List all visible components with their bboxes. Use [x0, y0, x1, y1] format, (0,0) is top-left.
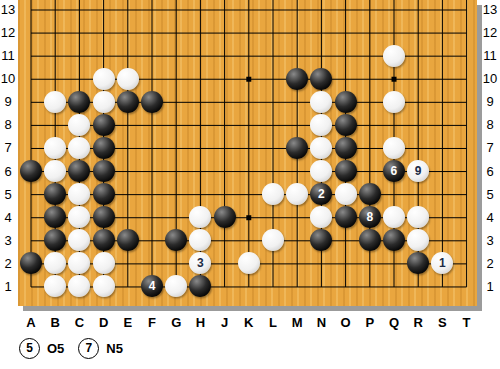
- intersection-A7: [19, 136, 43, 159]
- intersection-L8: [261, 113, 285, 136]
- white-stone-Q9: [383, 91, 405, 113]
- intersection-K3: [237, 229, 261, 252]
- intersection-C2: [67, 252, 91, 275]
- intersection-M6: [285, 160, 309, 183]
- intersection-O3: [333, 229, 357, 252]
- intersection-R11: [406, 44, 430, 67]
- intersection-Q6: 6: [382, 160, 406, 183]
- intersection-R8: [406, 113, 430, 136]
- intersection-H5: [188, 183, 212, 206]
- intersection-C4: [67, 206, 91, 229]
- intersection-D4: [92, 206, 116, 229]
- intersection-R2: [406, 252, 430, 275]
- black-stone-D6: [93, 160, 115, 182]
- black-stone-P4: 8: [359, 206, 381, 228]
- intersection-D2: [92, 252, 116, 275]
- intersection-Q1: [382, 275, 406, 298]
- intersection-D9: [92, 90, 116, 113]
- intersection-A11: [19, 44, 43, 67]
- black-stone-B3: [44, 229, 66, 251]
- intersection-O12: [333, 21, 357, 44]
- intersection-J11: [213, 44, 237, 67]
- intersection-S3: [430, 229, 454, 252]
- intersection-F6: [140, 160, 164, 183]
- intersection-D7: [92, 136, 116, 159]
- intersection-N1: [309, 275, 333, 298]
- intersection-S6: [430, 160, 454, 183]
- intersection-P10: [358, 67, 382, 90]
- intersection-T12: [454, 21, 478, 44]
- intersection-E1: [116, 275, 140, 298]
- intersection-F2: [140, 252, 164, 275]
- white-stone-H2: 3: [189, 252, 211, 274]
- intersection-G5: [164, 183, 188, 206]
- intersection-D6: [92, 160, 116, 183]
- intersection-M3: [285, 229, 309, 252]
- intersection-S5: [430, 183, 454, 206]
- white-stone-D10: [93, 68, 115, 90]
- black-stone-A2: [20, 252, 42, 274]
- intersection-Q8: [382, 113, 406, 136]
- intersection-T3: [454, 229, 478, 252]
- intersection-C7: [67, 136, 91, 159]
- intersection-J7: [213, 136, 237, 159]
- intersection-K5: [237, 183, 261, 206]
- col-label-B: B: [44, 315, 66, 330]
- intersection-F3: [140, 229, 164, 252]
- intersection-Q5: [382, 183, 406, 206]
- intersection-K8: [237, 113, 261, 136]
- black-stone-D4: [93, 206, 115, 228]
- intersection-F9: [140, 90, 164, 113]
- intersection-H2: 3: [188, 252, 212, 275]
- white-stone-Q4: [383, 206, 405, 228]
- intersection-F12: [140, 21, 164, 44]
- intersection-K7: [237, 136, 261, 159]
- intersection-G2: [164, 252, 188, 275]
- intersection-E5: [116, 183, 140, 206]
- row-label-right-11: 11: [480, 48, 500, 63]
- intersection-N10: [309, 67, 333, 90]
- intersection-C8: [67, 113, 91, 136]
- row-label-right-12: 12: [480, 25, 500, 40]
- black-stone-P5: [359, 183, 381, 205]
- intersection-A4: [19, 206, 43, 229]
- intersection-E8: [116, 113, 140, 136]
- intersection-H3: [188, 229, 212, 252]
- intersection-E11: [116, 44, 140, 67]
- col-label-Q: Q: [383, 315, 405, 330]
- intersection-C11: [67, 44, 91, 67]
- intersection-F10: [140, 67, 164, 90]
- intersection-O10: [333, 67, 357, 90]
- intersection-J1: [213, 275, 237, 298]
- intersection-S10: [430, 67, 454, 90]
- row-label-right-7: 7: [480, 140, 500, 155]
- intersection-H4: [188, 206, 212, 229]
- intersection-C12: [67, 21, 91, 44]
- intersection-A12: [19, 21, 43, 44]
- intersection-L7: [261, 136, 285, 159]
- intersection-E13: [116, 0, 140, 21]
- intersection-T5: [454, 183, 478, 206]
- intersection-E4: [116, 206, 140, 229]
- intersection-Q2: [382, 252, 406, 275]
- intersection-Q3: [382, 229, 406, 252]
- white-stone-K2: [238, 252, 260, 274]
- intersection-G13: [164, 0, 188, 21]
- intersection-S4: [430, 206, 454, 229]
- intersection-C9: [67, 90, 91, 113]
- black-stone-N5: 2: [310, 183, 332, 205]
- intersection-R3: [406, 229, 430, 252]
- black-stone-D3: [93, 229, 115, 251]
- black-stone-D5: [93, 183, 115, 205]
- intersection-J5: [213, 183, 237, 206]
- intersection-Q13: [382, 0, 406, 21]
- intersection-B6: [43, 160, 67, 183]
- intersection-L4: [261, 206, 285, 229]
- black-stone-P3: [359, 229, 381, 251]
- intersection-O9: [333, 90, 357, 113]
- intersection-L3: [261, 229, 285, 252]
- intersection-G8: [164, 113, 188, 136]
- intersection-L10: [261, 67, 285, 90]
- intersection-B9: [43, 90, 67, 113]
- caption-move-5-white-stone-icon: 5: [19, 338, 40, 359]
- intersection-K1: [237, 275, 261, 298]
- intersection-G12: [164, 21, 188, 44]
- intersection-L11: [261, 44, 285, 67]
- black-stone-O8: [335, 114, 357, 136]
- go-board: 6928314: [19, 0, 479, 298]
- intersection-G6: [164, 160, 188, 183]
- col-label-K: K: [238, 315, 260, 330]
- white-stone-C4: [68, 206, 90, 228]
- intersection-T9: [454, 90, 478, 113]
- intersection-O1: [333, 275, 357, 298]
- intersection-C1: [67, 275, 91, 298]
- intersection-B3: [43, 229, 67, 252]
- white-stone-C8: [68, 114, 90, 136]
- intersection-S13: [430, 0, 454, 21]
- intersection-B2: [43, 252, 67, 275]
- intersection-P5: [358, 183, 382, 206]
- intersection-E10: [116, 67, 140, 90]
- intersection-N4: [309, 206, 333, 229]
- intersection-J6: [213, 160, 237, 183]
- intersection-T10: [454, 67, 478, 90]
- row-label-left-2: 2: [0, 256, 16, 271]
- intersection-K11: [237, 44, 261, 67]
- intersection-O11: [333, 44, 357, 67]
- white-stone-E10: [117, 68, 139, 90]
- intersection-C13: [67, 0, 91, 21]
- intersection-L12: [261, 21, 285, 44]
- white-stone-N8: [310, 114, 332, 136]
- intersection-R13: [406, 0, 430, 21]
- intersection-N9: [309, 90, 333, 113]
- intersection-O13: [333, 0, 357, 21]
- intersection-D8: [92, 113, 116, 136]
- white-stone-G1: [165, 275, 187, 297]
- intersection-T8: [454, 113, 478, 136]
- row-label-right-5: 5: [480, 187, 500, 202]
- intersection-S11: [430, 44, 454, 67]
- black-stone-F1: 4: [141, 275, 163, 297]
- intersection-P1: [358, 275, 382, 298]
- white-stone-C3: [68, 229, 90, 251]
- intersection-B5: [43, 183, 67, 206]
- intersection-L2: [261, 252, 285, 275]
- black-stone-N3: [310, 229, 332, 251]
- intersection-K2: [237, 252, 261, 275]
- intersection-P4: 8: [358, 206, 382, 229]
- white-stone-Q11: [383, 45, 405, 67]
- white-stone-D9: [93, 91, 115, 113]
- intersection-B10: [43, 67, 67, 90]
- intersection-Q9: [382, 90, 406, 113]
- intersection-O6: [333, 160, 357, 183]
- intersection-C10: [67, 67, 91, 90]
- intersection-N2: [309, 252, 333, 275]
- intersection-K4: [237, 206, 261, 229]
- intersection-L9: [261, 90, 285, 113]
- intersection-Q12: [382, 21, 406, 44]
- intersection-M13: [285, 0, 309, 21]
- row-label-right-2: 2: [480, 256, 500, 271]
- row-label-right-4: 4: [480, 210, 500, 225]
- intersection-F13: [140, 0, 164, 21]
- black-stone-O6: [335, 160, 357, 182]
- intersection-L6: [261, 160, 285, 183]
- col-label-P: P: [359, 315, 381, 330]
- intersection-T7: [454, 136, 478, 159]
- col-label-L: L: [262, 315, 284, 330]
- intersection-O8: [333, 113, 357, 136]
- intersection-M9: [285, 90, 309, 113]
- intersection-E9: [116, 90, 140, 113]
- intersection-K10: [237, 67, 261, 90]
- intersection-D5: [92, 183, 116, 206]
- intersection-M5: [285, 183, 309, 206]
- intersection-F5: [140, 183, 164, 206]
- black-stone-B4: [44, 206, 66, 228]
- intersection-R5: [406, 183, 430, 206]
- intersection-J8: [213, 113, 237, 136]
- intersection-N5: 2: [309, 183, 333, 206]
- black-stone-E3: [117, 229, 139, 251]
- white-stone-B9: [44, 91, 66, 113]
- intersection-B4: [43, 206, 67, 229]
- row-label-left-6: 6: [0, 164, 16, 179]
- intersection-F11: [140, 44, 164, 67]
- intersection-D1: [92, 275, 116, 298]
- white-stone-L5: [262, 183, 284, 205]
- row-label-right-10: 10: [480, 71, 500, 86]
- white-stone-H3: [189, 229, 211, 251]
- black-stone-Q3: [383, 229, 405, 251]
- intersection-G1: [164, 275, 188, 298]
- white-stone-B7: [44, 137, 66, 159]
- intersection-M4: [285, 206, 309, 229]
- row-label-left-7: 7: [0, 140, 16, 155]
- intersection-J10: [213, 67, 237, 90]
- black-stone-O9: [335, 91, 357, 113]
- white-stone-L3: [262, 229, 284, 251]
- intersection-O4: [333, 206, 357, 229]
- col-label-A: A: [20, 315, 42, 330]
- intersection-S8: [430, 113, 454, 136]
- intersection-A3: [19, 229, 43, 252]
- row-label-left-10: 10: [0, 71, 16, 86]
- white-stone-O5: [335, 183, 357, 205]
- col-label-M: M: [286, 315, 308, 330]
- intersection-F7: [140, 136, 164, 159]
- intersection-P7: [358, 136, 382, 159]
- intersection-N8: [309, 113, 333, 136]
- intersection-P11: [358, 44, 382, 67]
- intersection-M8: [285, 113, 309, 136]
- intersection-T2: [454, 252, 478, 275]
- white-stone-N6: [310, 160, 332, 182]
- intersection-O5: [333, 183, 357, 206]
- intersection-M10: [285, 67, 309, 90]
- intersection-B1: [43, 275, 67, 298]
- intersection-H8: [188, 113, 212, 136]
- black-stone-R2: [407, 252, 429, 274]
- intersection-D10: [92, 67, 116, 90]
- caption-move-7-point: N5: [106, 341, 123, 356]
- kifu-diagram-page: { "game": "go", "board": { "description"…: [0, 0, 500, 369]
- white-stone-H4: [189, 206, 211, 228]
- intersection-E2: [116, 252, 140, 275]
- intersection-H9: [188, 90, 212, 113]
- row-label-left-3: 3: [0, 233, 16, 248]
- intersection-G4: [164, 206, 188, 229]
- intersection-B11: [43, 44, 67, 67]
- white-stone-Q7: [383, 137, 405, 159]
- white-stone-S2: 1: [431, 252, 453, 274]
- intersection-B12: [43, 21, 67, 44]
- white-stone-D1: [93, 275, 115, 297]
- intersection-S7: [430, 136, 454, 159]
- black-stone-A6: [20, 160, 42, 182]
- intersection-H6: [188, 160, 212, 183]
- intersection-P8: [358, 113, 382, 136]
- intersection-M11: [285, 44, 309, 67]
- white-stone-B6: [44, 160, 66, 182]
- black-stone-E9: [117, 91, 139, 113]
- intersection-A1: [19, 275, 43, 298]
- row-label-left-4: 4: [0, 210, 16, 225]
- intersection-A2: [19, 252, 43, 275]
- intersection-O7: [333, 136, 357, 159]
- intersection-R6: 9: [406, 160, 430, 183]
- black-stone-C9: [68, 91, 90, 113]
- row-label-left-11: 11: [0, 48, 16, 63]
- intersection-G11: [164, 44, 188, 67]
- intersection-B8: [43, 113, 67, 136]
- black-stone-Q6: 6: [383, 160, 405, 182]
- black-stone-D8: [93, 114, 115, 136]
- intersection-D11: [92, 44, 116, 67]
- col-label-F: F: [141, 315, 163, 330]
- intersection-R12: [406, 21, 430, 44]
- intersection-C6: [67, 160, 91, 183]
- intersection-S1: [430, 275, 454, 298]
- intersection-P2: [358, 252, 382, 275]
- white-stone-R6: 9: [407, 160, 429, 182]
- white-stone-C2: [68, 252, 90, 274]
- row-label-right-8: 8: [480, 117, 500, 132]
- intersection-T11: [454, 44, 478, 67]
- intersection-P6: [358, 160, 382, 183]
- intersection-A6: [19, 160, 43, 183]
- white-stone-M5: [286, 183, 308, 205]
- white-stone-R4: [407, 206, 429, 228]
- caption: 5 O5 7 N5: [19, 336, 131, 360]
- row-label-right-9: 9: [480, 94, 500, 109]
- col-label-H: H: [189, 315, 211, 330]
- row-label-left-9: 9: [0, 94, 16, 109]
- row-label-left-1: 1: [0, 279, 16, 294]
- black-stone-J4: [214, 206, 236, 228]
- intersection-B7: [43, 136, 67, 159]
- intersection-E12: [116, 21, 140, 44]
- white-stone-C1: [68, 275, 90, 297]
- white-stone-N4: [310, 206, 332, 228]
- intersection-N3: [309, 229, 333, 252]
- intersection-D12: [92, 21, 116, 44]
- intersection-Q11: [382, 44, 406, 67]
- intersection-L1: [261, 275, 285, 298]
- intersection-D3: [92, 229, 116, 252]
- intersection-H7: [188, 136, 212, 159]
- intersection-A13: [19, 0, 43, 21]
- caption-move-7-white-stone-icon: 7: [78, 338, 99, 359]
- intersection-N13: [309, 0, 333, 21]
- col-label-R: R: [407, 315, 429, 330]
- intersection-A10: [19, 67, 43, 90]
- intersection-J13: [213, 0, 237, 21]
- intersection-G10: [164, 67, 188, 90]
- intersection-H1: [188, 275, 212, 298]
- intersection-A9: [19, 90, 43, 113]
- intersection-F8: [140, 113, 164, 136]
- intersection-C5: [67, 183, 91, 206]
- intersection-A5: [19, 183, 43, 206]
- intersection-D13: [92, 0, 116, 21]
- intersection-E7: [116, 136, 140, 159]
- intersection-Q4: [382, 206, 406, 229]
- intersection-S12: [430, 21, 454, 44]
- intersection-G9: [164, 90, 188, 113]
- black-stone-C6: [68, 160, 90, 182]
- intersection-R10: [406, 67, 430, 90]
- col-label-S: S: [431, 315, 453, 330]
- white-stone-C5: [68, 183, 90, 205]
- intersection-N6: [309, 160, 333, 183]
- intersection-K9: [237, 90, 261, 113]
- intersection-H12: [188, 21, 212, 44]
- intersection-P13: [358, 0, 382, 21]
- intersection-M12: [285, 21, 309, 44]
- black-stone-O4: [335, 206, 357, 228]
- intersection-C3: [67, 229, 91, 252]
- row-label-left-12: 12: [0, 25, 16, 40]
- black-stone-F9: [141, 91, 163, 113]
